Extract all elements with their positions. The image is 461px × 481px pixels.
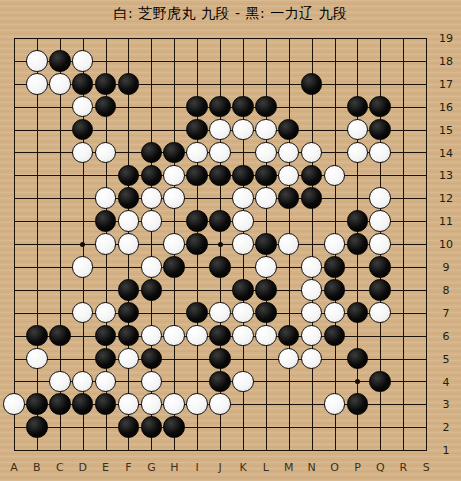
intersection-H13[interactable] — [163, 164, 186, 187]
intersection-H12[interactable] — [163, 187, 186, 210]
intersection-E9[interactable] — [94, 255, 117, 278]
intersection-A4[interactable] — [3, 370, 26, 393]
intersection-E12[interactable] — [94, 187, 117, 210]
intersection-L14[interactable] — [254, 141, 277, 164]
intersection-K1[interactable] — [231, 439, 254, 462]
intersection-L18[interactable] — [254, 49, 277, 72]
intersection-J5[interactable] — [209, 347, 232, 370]
intersection-J3[interactable] — [209, 393, 232, 416]
intersection-E11[interactable] — [94, 210, 117, 233]
intersection-I7[interactable] — [186, 301, 209, 324]
intersection-J4[interactable] — [209, 370, 232, 393]
intersection-Q17[interactable] — [369, 72, 392, 95]
intersection-F11[interactable] — [117, 210, 140, 233]
intersection-C6[interactable] — [48, 324, 71, 347]
intersection-N16[interactable] — [300, 95, 323, 118]
intersection-P8[interactable] — [346, 278, 369, 301]
intersection-R13[interactable] — [392, 164, 415, 187]
intersection-M19[interactable] — [277, 27, 300, 50]
intersection-O6[interactable] — [323, 324, 346, 347]
intersection-M3[interactable] — [277, 393, 300, 416]
intersection-L16[interactable] — [254, 95, 277, 118]
intersection-Q16[interactable] — [369, 95, 392, 118]
intersection-F14[interactable] — [117, 141, 140, 164]
intersection-B10[interactable] — [25, 233, 48, 256]
intersection-I15[interactable] — [186, 118, 209, 141]
intersection-C1[interactable] — [48, 439, 71, 462]
intersection-Q2[interactable] — [369, 416, 392, 439]
intersection-L12[interactable] — [254, 187, 277, 210]
intersection-D8[interactable] — [71, 278, 94, 301]
intersection-J19[interactable] — [209, 27, 232, 50]
intersection-I3[interactable] — [186, 393, 209, 416]
intersection-H17[interactable] — [163, 72, 186, 95]
intersection-G10[interactable] — [140, 233, 163, 256]
intersection-I1[interactable] — [186, 439, 209, 462]
intersection-R2[interactable] — [392, 416, 415, 439]
intersection-M13[interactable] — [277, 164, 300, 187]
intersection-B6[interactable] — [25, 324, 48, 347]
intersection-N15[interactable] — [300, 118, 323, 141]
intersection-J13[interactable] — [209, 164, 232, 187]
intersection-I11[interactable] — [186, 210, 209, 233]
intersection-G18[interactable] — [140, 49, 163, 72]
intersection-A7[interactable] — [3, 301, 26, 324]
intersection-R5[interactable] — [392, 347, 415, 370]
intersection-G9[interactable] — [140, 255, 163, 278]
intersection-Q19[interactable] — [369, 27, 392, 50]
intersection-Q11[interactable] — [369, 210, 392, 233]
intersection-N2[interactable] — [300, 416, 323, 439]
intersection-C2[interactable] — [48, 416, 71, 439]
intersection-H1[interactable] — [163, 439, 186, 462]
intersection-G5[interactable] — [140, 347, 163, 370]
intersection-L4[interactable] — [254, 370, 277, 393]
intersection-A17[interactable] — [3, 72, 26, 95]
intersection-G4[interactable] — [140, 370, 163, 393]
intersection-E14[interactable] — [94, 141, 117, 164]
intersection-K5[interactable] — [231, 347, 254, 370]
intersection-G8[interactable] — [140, 278, 163, 301]
intersection-B11[interactable] — [25, 210, 48, 233]
intersection-O12[interactable] — [323, 187, 346, 210]
intersection-L3[interactable] — [254, 393, 277, 416]
intersection-F13[interactable] — [117, 164, 140, 187]
intersection-R18[interactable] — [392, 49, 415, 72]
intersection-D18[interactable] — [71, 49, 94, 72]
intersection-F19[interactable] — [117, 27, 140, 50]
intersection-C12[interactable] — [48, 187, 71, 210]
intersection-P13[interactable] — [346, 164, 369, 187]
intersection-A2[interactable] — [3, 416, 26, 439]
intersection-B8[interactable] — [25, 278, 48, 301]
intersection-L11[interactable] — [254, 210, 277, 233]
intersection-H15[interactable] — [163, 118, 186, 141]
intersection-J12[interactable] — [209, 187, 232, 210]
intersection-A11[interactable] — [3, 210, 26, 233]
intersection-C13[interactable] — [48, 164, 71, 187]
intersection-J1[interactable] — [209, 439, 232, 462]
intersection-G7[interactable] — [140, 301, 163, 324]
intersection-N7[interactable] — [300, 301, 323, 324]
intersection-O18[interactable] — [323, 49, 346, 72]
intersection-M2[interactable] — [277, 416, 300, 439]
intersection-B1[interactable] — [25, 439, 48, 462]
intersection-K7[interactable] — [231, 301, 254, 324]
intersection-O7[interactable] — [323, 301, 346, 324]
intersection-M10[interactable] — [277, 233, 300, 256]
intersection-P18[interactable] — [346, 49, 369, 72]
intersection-P14[interactable] — [346, 141, 369, 164]
intersection-F4[interactable] — [117, 370, 140, 393]
intersection-D4[interactable] — [71, 370, 94, 393]
intersection-G11[interactable] — [140, 210, 163, 233]
intersection-L7[interactable] — [254, 301, 277, 324]
intersection-O19[interactable] — [323, 27, 346, 50]
intersection-I16[interactable] — [186, 95, 209, 118]
intersection-R6[interactable] — [392, 324, 415, 347]
intersection-A15[interactable] — [3, 118, 26, 141]
intersection-M14[interactable] — [277, 141, 300, 164]
intersection-Q18[interactable] — [369, 49, 392, 72]
intersection-K9[interactable] — [231, 255, 254, 278]
intersection-N5[interactable] — [300, 347, 323, 370]
intersection-A10[interactable] — [3, 233, 26, 256]
intersection-P1[interactable] — [346, 439, 369, 462]
intersection-M7[interactable] — [277, 301, 300, 324]
intersection-I17[interactable] — [186, 72, 209, 95]
intersection-Q5[interactable] — [369, 347, 392, 370]
intersection-B14[interactable] — [25, 141, 48, 164]
intersection-H7[interactable] — [163, 301, 186, 324]
intersection-N3[interactable] — [300, 393, 323, 416]
intersection-C19[interactable] — [48, 27, 71, 50]
intersection-R3[interactable] — [392, 393, 415, 416]
intersection-P6[interactable] — [346, 324, 369, 347]
intersection-B5[interactable] — [25, 347, 48, 370]
intersection-O11[interactable] — [323, 210, 346, 233]
intersection-A18[interactable] — [3, 49, 26, 72]
intersection-F18[interactable] — [117, 49, 140, 72]
intersection-R14[interactable] — [392, 141, 415, 164]
intersection-I5[interactable] — [186, 347, 209, 370]
intersection-P10[interactable] — [346, 233, 369, 256]
intersection-P11[interactable] — [346, 210, 369, 233]
intersection-B12[interactable] — [25, 187, 48, 210]
intersection-J2[interactable] — [209, 416, 232, 439]
intersection-G15[interactable] — [140, 118, 163, 141]
intersection-I10[interactable] — [186, 233, 209, 256]
intersection-L19[interactable] — [254, 27, 277, 50]
intersection-C5[interactable] — [48, 347, 71, 370]
intersection-H3[interactable] — [163, 393, 186, 416]
intersection-J8[interactable] — [209, 278, 232, 301]
intersection-E10[interactable] — [94, 233, 117, 256]
intersection-Q1[interactable] — [369, 439, 392, 462]
intersection-E1[interactable] — [94, 439, 117, 462]
intersection-I14[interactable] — [186, 141, 209, 164]
intersection-M11[interactable] — [277, 210, 300, 233]
intersection-D11[interactable] — [71, 210, 94, 233]
intersection-G2[interactable] — [140, 416, 163, 439]
intersection-L5[interactable] — [254, 347, 277, 370]
intersection-M18[interactable] — [277, 49, 300, 72]
intersection-B9[interactable] — [25, 255, 48, 278]
intersection-R19[interactable] — [392, 27, 415, 50]
intersection-N10[interactable] — [300, 233, 323, 256]
intersection-E16[interactable] — [94, 95, 117, 118]
intersection-B3[interactable] — [25, 393, 48, 416]
intersection-Q10[interactable] — [369, 233, 392, 256]
intersection-K14[interactable] — [231, 141, 254, 164]
intersection-K4[interactable] — [231, 370, 254, 393]
intersection-D12[interactable] — [71, 187, 94, 210]
intersection-A14[interactable] — [3, 141, 26, 164]
intersection-R12[interactable] — [392, 187, 415, 210]
intersection-R1[interactable] — [392, 439, 415, 462]
intersection-B2[interactable] — [25, 416, 48, 439]
intersection-H2[interactable] — [163, 416, 186, 439]
intersection-M9[interactable] — [277, 255, 300, 278]
intersection-N14[interactable] — [300, 141, 323, 164]
intersection-Q13[interactable] — [369, 164, 392, 187]
intersection-H5[interactable] — [163, 347, 186, 370]
intersection-A6[interactable] — [3, 324, 26, 347]
intersection-F8[interactable] — [117, 278, 140, 301]
intersection-K16[interactable] — [231, 95, 254, 118]
intersection-C4[interactable] — [48, 370, 71, 393]
intersection-F15[interactable] — [117, 118, 140, 141]
intersection-I8[interactable] — [186, 278, 209, 301]
intersection-B4[interactable] — [25, 370, 48, 393]
intersection-D5[interactable] — [71, 347, 94, 370]
intersection-J18[interactable] — [209, 49, 232, 72]
intersection-A1[interactable] — [3, 439, 26, 462]
intersection-O13[interactable] — [323, 164, 346, 187]
intersection-E15[interactable] — [94, 118, 117, 141]
intersection-K10[interactable] — [231, 233, 254, 256]
intersection-H18[interactable] — [163, 49, 186, 72]
intersection-M4[interactable] — [277, 370, 300, 393]
intersection-D7[interactable] — [71, 301, 94, 324]
intersection-L1[interactable] — [254, 439, 277, 462]
intersection-E17[interactable] — [94, 72, 117, 95]
intersection-I18[interactable] — [186, 49, 209, 72]
intersection-H16[interactable] — [163, 95, 186, 118]
intersection-H11[interactable] — [163, 210, 186, 233]
intersection-K17[interactable] — [231, 72, 254, 95]
intersection-F17[interactable] — [117, 72, 140, 95]
intersection-F1[interactable] — [117, 439, 140, 462]
intersection-H6[interactable] — [163, 324, 186, 347]
intersection-Q9[interactable] — [369, 255, 392, 278]
intersection-L17[interactable] — [254, 72, 277, 95]
intersection-E19[interactable] — [94, 27, 117, 50]
intersection-H4[interactable] — [163, 370, 186, 393]
intersection-R16[interactable] — [392, 95, 415, 118]
intersection-C9[interactable] — [48, 255, 71, 278]
intersection-D2[interactable] — [71, 416, 94, 439]
intersection-O16[interactable] — [323, 95, 346, 118]
intersection-D17[interactable] — [71, 72, 94, 95]
intersection-O14[interactable] — [323, 141, 346, 164]
intersection-K11[interactable] — [231, 210, 254, 233]
intersection-J10[interactable] — [209, 233, 232, 256]
intersection-F9[interactable] — [117, 255, 140, 278]
intersection-B19[interactable] — [25, 27, 48, 50]
intersection-Q7[interactable] — [369, 301, 392, 324]
intersection-K15[interactable] — [231, 118, 254, 141]
intersection-O10[interactable] — [323, 233, 346, 256]
intersection-H19[interactable] — [163, 27, 186, 50]
intersection-I2[interactable] — [186, 416, 209, 439]
intersection-A9[interactable] — [3, 255, 26, 278]
intersection-D19[interactable] — [71, 27, 94, 50]
intersection-O17[interactable] — [323, 72, 346, 95]
intersection-R17[interactable] — [392, 72, 415, 95]
intersection-J15[interactable] — [209, 118, 232, 141]
intersection-F6[interactable] — [117, 324, 140, 347]
intersection-E7[interactable] — [94, 301, 117, 324]
intersection-I4[interactable] — [186, 370, 209, 393]
intersection-P4[interactable] — [346, 370, 369, 393]
intersection-D13[interactable] — [71, 164, 94, 187]
intersection-J11[interactable] — [209, 210, 232, 233]
intersection-N1[interactable] — [300, 439, 323, 462]
intersection-N6[interactable] — [300, 324, 323, 347]
intersection-G19[interactable] — [140, 27, 163, 50]
intersection-P9[interactable] — [346, 255, 369, 278]
intersection-R8[interactable] — [392, 278, 415, 301]
intersection-D3[interactable] — [71, 393, 94, 416]
intersection-M15[interactable] — [277, 118, 300, 141]
intersection-Q8[interactable] — [369, 278, 392, 301]
intersection-C8[interactable] — [48, 278, 71, 301]
intersection-P16[interactable] — [346, 95, 369, 118]
intersection-I13[interactable] — [186, 164, 209, 187]
intersection-F10[interactable] — [117, 233, 140, 256]
intersection-K2[interactable] — [231, 416, 254, 439]
intersection-E13[interactable] — [94, 164, 117, 187]
intersection-B16[interactable] — [25, 95, 48, 118]
intersection-J9[interactable] — [209, 255, 232, 278]
intersection-F16[interactable] — [117, 95, 140, 118]
intersection-H14[interactable] — [163, 141, 186, 164]
intersection-F2[interactable] — [117, 416, 140, 439]
intersection-K13[interactable] — [231, 164, 254, 187]
intersection-R10[interactable] — [392, 233, 415, 256]
intersection-O5[interactable] — [323, 347, 346, 370]
intersection-G3[interactable] — [140, 393, 163, 416]
intersection-R11[interactable] — [392, 210, 415, 233]
intersection-M5[interactable] — [277, 347, 300, 370]
intersection-M12[interactable] — [277, 187, 300, 210]
intersection-B7[interactable] — [25, 301, 48, 324]
intersection-L10[interactable] — [254, 233, 277, 256]
intersection-K18[interactable] — [231, 49, 254, 72]
intersection-N18[interactable] — [300, 49, 323, 72]
intersection-M8[interactable] — [277, 278, 300, 301]
intersection-N4[interactable] — [300, 370, 323, 393]
intersection-A8[interactable] — [3, 278, 26, 301]
intersection-Q6[interactable] — [369, 324, 392, 347]
intersection-P15[interactable] — [346, 118, 369, 141]
intersection-N17[interactable] — [300, 72, 323, 95]
intersection-N9[interactable] — [300, 255, 323, 278]
intersection-C7[interactable] — [48, 301, 71, 324]
intersection-C15[interactable] — [48, 118, 71, 141]
intersection-F3[interactable] — [117, 393, 140, 416]
intersection-J16[interactable] — [209, 95, 232, 118]
intersection-N8[interactable] — [300, 278, 323, 301]
intersection-P19[interactable] — [346, 27, 369, 50]
intersection-P7[interactable] — [346, 301, 369, 324]
intersection-E6[interactable] — [94, 324, 117, 347]
intersection-E8[interactable] — [94, 278, 117, 301]
intersection-L9[interactable] — [254, 255, 277, 278]
intersection-L6[interactable] — [254, 324, 277, 347]
intersection-D9[interactable] — [71, 255, 94, 278]
intersection-C16[interactable] — [48, 95, 71, 118]
intersection-R15[interactable] — [392, 118, 415, 141]
intersection-P17[interactable] — [346, 72, 369, 95]
intersection-G13[interactable] — [140, 164, 163, 187]
intersection-O4[interactable] — [323, 370, 346, 393]
intersection-N12[interactable] — [300, 187, 323, 210]
intersection-K12[interactable] — [231, 187, 254, 210]
intersection-J7[interactable] — [209, 301, 232, 324]
intersection-C11[interactable] — [48, 210, 71, 233]
intersection-E5[interactable] — [94, 347, 117, 370]
intersection-O15[interactable] — [323, 118, 346, 141]
intersection-C3[interactable] — [48, 393, 71, 416]
intersection-H9[interactable] — [163, 255, 186, 278]
intersection-A19[interactable] — [3, 27, 26, 50]
intersection-I6[interactable] — [186, 324, 209, 347]
intersection-A3[interactable] — [3, 393, 26, 416]
intersection-E2[interactable] — [94, 416, 117, 439]
intersection-Q3[interactable] — [369, 393, 392, 416]
intersection-O3[interactable] — [323, 393, 346, 416]
intersection-E4[interactable] — [94, 370, 117, 393]
intersection-O9[interactable] — [323, 255, 346, 278]
intersection-B18[interactable] — [25, 49, 48, 72]
intersection-D1[interactable] — [71, 439, 94, 462]
intersection-D16[interactable] — [71, 95, 94, 118]
intersection-M1[interactable] — [277, 439, 300, 462]
intersection-J17[interactable] — [209, 72, 232, 95]
intersection-O2[interactable] — [323, 416, 346, 439]
intersection-M17[interactable] — [277, 72, 300, 95]
intersection-O1[interactable] — [323, 439, 346, 462]
intersection-C17[interactable] — [48, 72, 71, 95]
intersection-G17[interactable] — [140, 72, 163, 95]
intersection-J14[interactable] — [209, 141, 232, 164]
intersection-A13[interactable] — [3, 164, 26, 187]
intersection-C14[interactable] — [48, 141, 71, 164]
intersection-A12[interactable] — [3, 187, 26, 210]
intersection-L2[interactable] — [254, 416, 277, 439]
intersection-F5[interactable] — [117, 347, 140, 370]
intersection-N11[interactable] — [300, 210, 323, 233]
intersection-G14[interactable] — [140, 141, 163, 164]
intersection-Q4[interactable] — [369, 370, 392, 393]
intersection-G1[interactable] — [140, 439, 163, 462]
intersection-L13[interactable] — [254, 164, 277, 187]
intersection-C10[interactable] — [48, 233, 71, 256]
intersection-K6[interactable] — [231, 324, 254, 347]
intersection-F12[interactable] — [117, 187, 140, 210]
